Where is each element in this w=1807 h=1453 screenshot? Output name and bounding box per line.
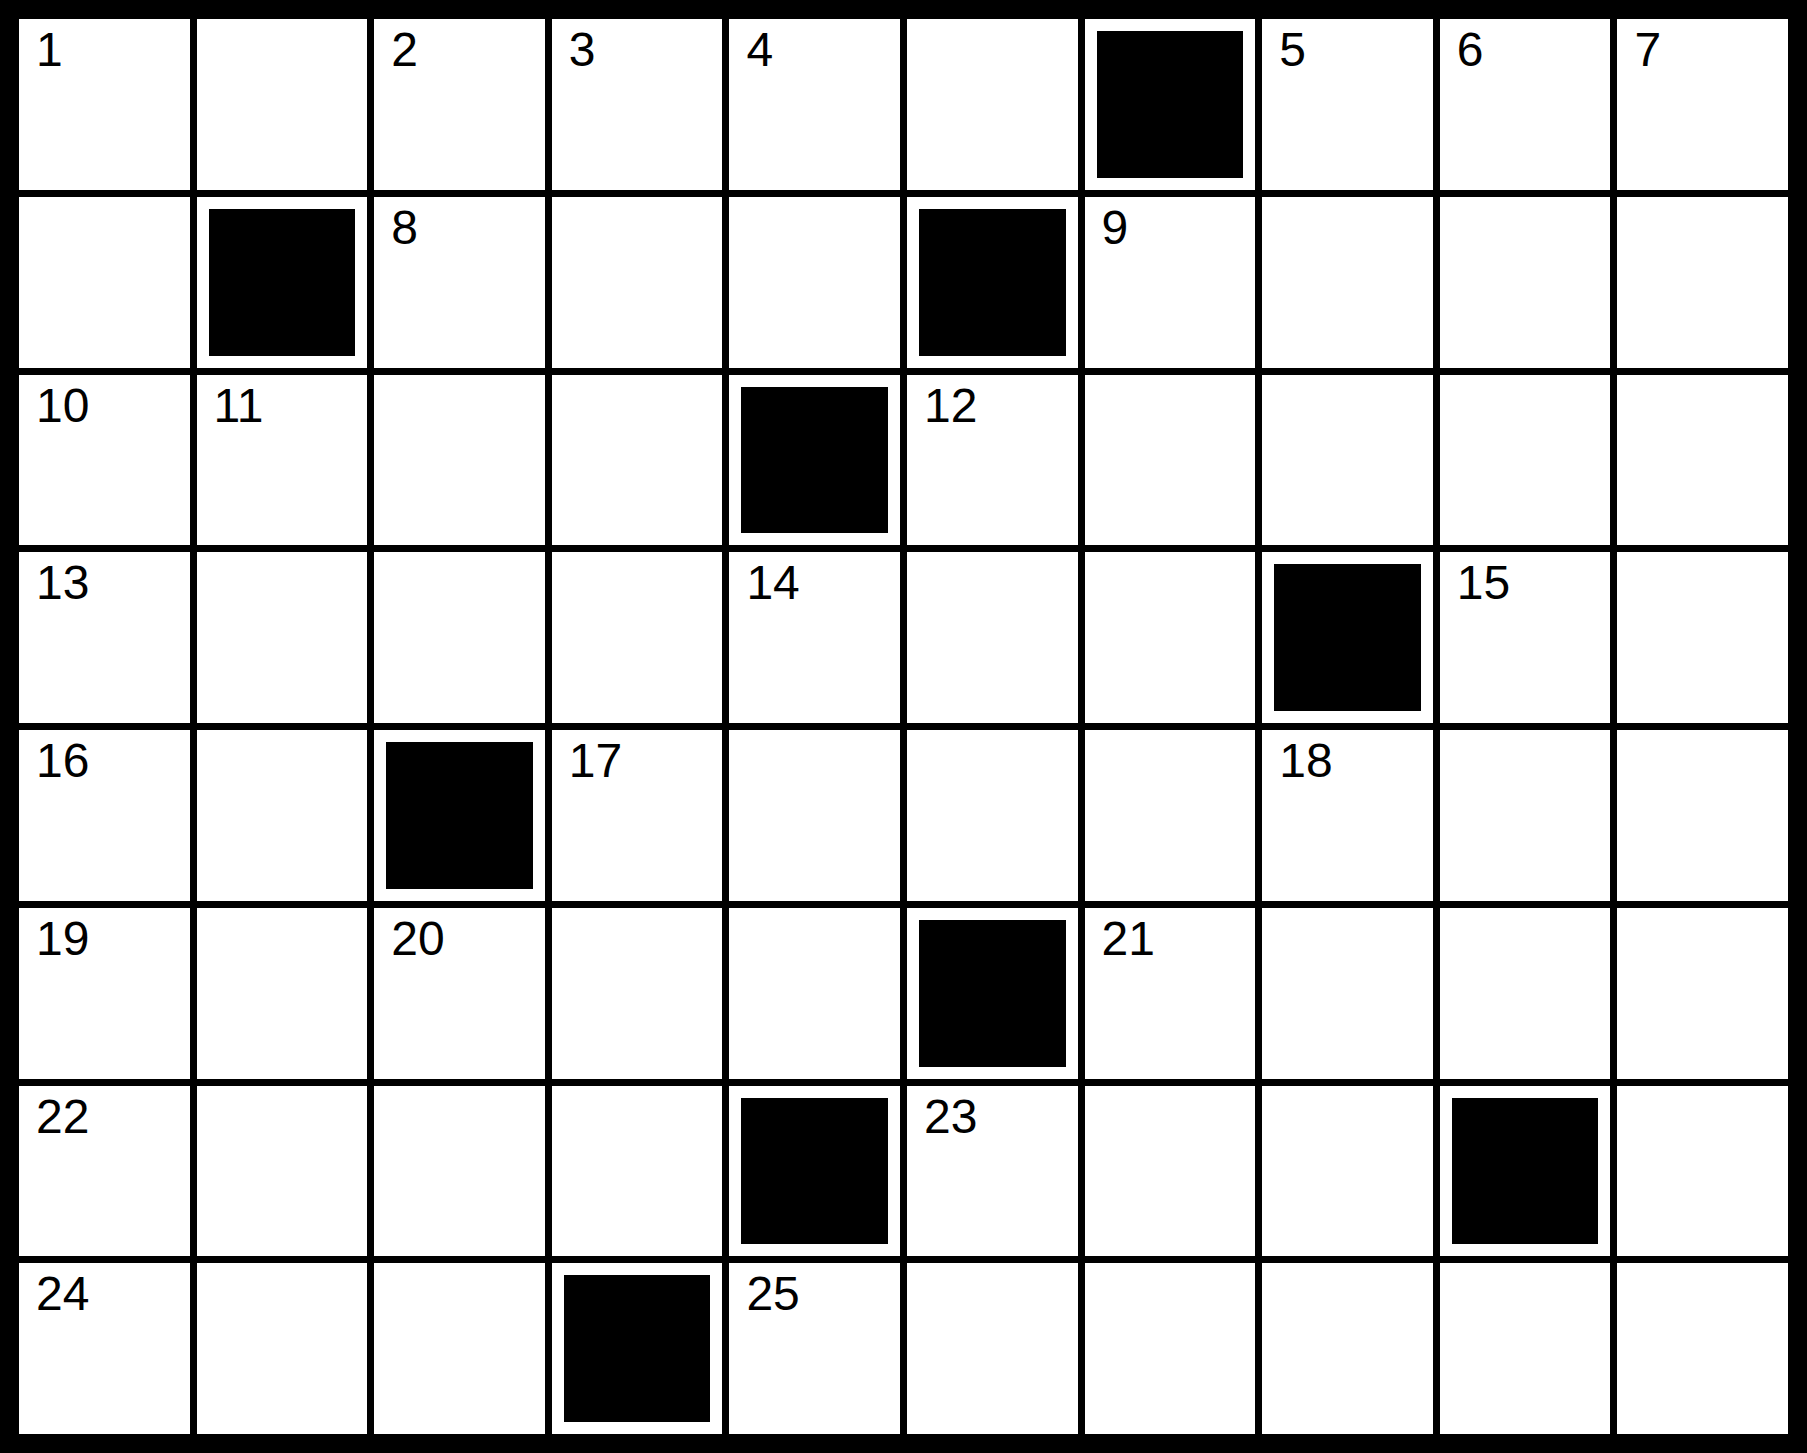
cell-r8c7[interactable] [1085, 1263, 1256, 1434]
cell-r5c4[interactable]: 17 [552, 730, 723, 901]
clue-number: 20 [391, 913, 444, 966]
black-cell-r8c4 [552, 1263, 723, 1434]
black-square [741, 387, 888, 534]
cell-r7c1[interactable]: 22 [19, 1086, 190, 1257]
cell-r2c7[interactable]: 9 [1085, 197, 1256, 368]
cell-r3c8[interactable] [1262, 375, 1433, 546]
clue-number: 25 [746, 1268, 799, 1321]
cell-r2c1[interactable] [19, 197, 190, 368]
cell-r7c4[interactable] [552, 1086, 723, 1257]
black-square [919, 920, 1066, 1067]
cell-r1c3[interactable]: 2 [374, 19, 545, 190]
cell-r2c4[interactable] [552, 197, 723, 368]
clue-number: 24 [36, 1268, 89, 1321]
clue-number: 13 [36, 557, 89, 610]
cell-r4c3[interactable] [374, 552, 545, 723]
cell-r5c6[interactable] [907, 730, 1078, 901]
cell-r4c1[interactable]: 13 [19, 552, 190, 723]
black-cell-r7c5 [729, 1086, 900, 1257]
cell-r3c4[interactable] [552, 375, 723, 546]
cell-r1c8[interactable]: 5 [1262, 19, 1433, 190]
black-cell-r6c6 [907, 908, 1078, 1079]
cell-r8c10[interactable] [1617, 1263, 1788, 1434]
cell-r4c6[interactable] [907, 552, 1078, 723]
cell-r8c5[interactable]: 25 [729, 1263, 900, 1434]
black-square [209, 209, 356, 356]
clue-number: 7 [1634, 24, 1661, 77]
cell-r8c6[interactable] [907, 1263, 1078, 1434]
cell-r3c6[interactable]: 12 [907, 375, 1078, 546]
cell-r1c4[interactable]: 3 [552, 19, 723, 190]
clue-number: 10 [36, 380, 89, 433]
cell-r1c9[interactable]: 6 [1440, 19, 1611, 190]
clue-number: 6 [1457, 24, 1484, 77]
clue-number: 16 [36, 735, 89, 788]
clue-number: 12 [924, 380, 977, 433]
clue-number: 11 [214, 380, 264, 433]
clue-number: 5 [1279, 24, 1306, 77]
cell-r5c9[interactable] [1440, 730, 1611, 901]
black-cell-r3c5 [729, 375, 900, 546]
black-cell-r2c2 [197, 197, 368, 368]
cell-r4c7[interactable] [1085, 552, 1256, 723]
clue-number: 14 [746, 557, 799, 610]
cell-r2c9[interactable] [1440, 197, 1611, 368]
black-cell-r2c6 [907, 197, 1078, 368]
cell-r5c7[interactable] [1085, 730, 1256, 901]
cell-r2c5[interactable] [729, 197, 900, 368]
cell-r8c9[interactable] [1440, 1263, 1611, 1434]
cell-r5c5[interactable] [729, 730, 900, 901]
cell-r8c8[interactable] [1262, 1263, 1433, 1434]
cell-r1c10[interactable]: 7 [1617, 19, 1788, 190]
cell-r3c10[interactable] [1617, 375, 1788, 546]
clue-number: 21 [1102, 913, 1155, 966]
cell-r1c6[interactable] [907, 19, 1078, 190]
clue-number: 23 [924, 1091, 977, 1144]
cell-r4c5[interactable]: 14 [729, 552, 900, 723]
cell-r2c3[interactable]: 8 [374, 197, 545, 368]
cell-r3c3[interactable] [374, 375, 545, 546]
cell-r1c2[interactable] [197, 19, 368, 190]
clue-number: 22 [36, 1091, 89, 1144]
cell-r7c8[interactable] [1262, 1086, 1433, 1257]
clue-number: 4 [746, 24, 773, 77]
cell-r6c1[interactable]: 19 [19, 908, 190, 1079]
clue-number: 18 [1279, 735, 1332, 788]
clue-number: 15 [1457, 557, 1510, 610]
cell-r6c8[interactable] [1262, 908, 1433, 1079]
cell-r6c10[interactable] [1617, 908, 1788, 1079]
cell-r1c5[interactable]: 4 [729, 19, 900, 190]
black-square [1097, 31, 1244, 178]
cell-r7c2[interactable] [197, 1086, 368, 1257]
crossword-grid: 1234567891011121314151617181920212223242… [0, 0, 1807, 1453]
black-square [919, 209, 1066, 356]
cell-r1c1[interactable]: 1 [19, 19, 190, 190]
black-cell-r1c7 [1085, 19, 1256, 190]
cell-r5c10[interactable] [1617, 730, 1788, 901]
cell-r3c9[interactable] [1440, 375, 1611, 546]
cell-r4c2[interactable] [197, 552, 368, 723]
black-square [741, 1098, 888, 1245]
cell-r5c8[interactable]: 18 [1262, 730, 1433, 901]
black-square [564, 1275, 711, 1422]
cell-r4c9[interactable]: 15 [1440, 552, 1611, 723]
cell-r8c1[interactable]: 24 [19, 1263, 190, 1434]
black-square [1452, 1098, 1599, 1245]
cell-r3c2[interactable]: 11 [197, 375, 368, 546]
cell-r6c9[interactable] [1440, 908, 1611, 1079]
clue-number: 9 [1102, 202, 1129, 255]
cell-r8c2[interactable] [197, 1263, 368, 1434]
cell-r7c7[interactable] [1085, 1086, 1256, 1257]
clue-number: 2 [391, 24, 418, 77]
cell-r5c2[interactable] [197, 730, 368, 901]
black-cell-r4c8 [1262, 552, 1433, 723]
clue-number: 17 [569, 735, 622, 788]
black-cell-r5c3 [374, 730, 545, 901]
cell-r4c10[interactable] [1617, 552, 1788, 723]
clue-number: 3 [569, 24, 596, 77]
cell-r6c2[interactable] [197, 908, 368, 1079]
clue-number: 19 [36, 913, 89, 966]
clue-number: 1 [36, 24, 63, 77]
cell-r6c3[interactable]: 20 [374, 908, 545, 1079]
black-cell-r7c9 [1440, 1086, 1611, 1257]
black-square [1274, 564, 1421, 711]
cell-r6c5[interactable] [729, 908, 900, 1079]
cell-r7c10[interactable] [1617, 1086, 1788, 1257]
cell-r8c3[interactable] [374, 1263, 545, 1434]
cell-r2c8[interactable] [1262, 197, 1433, 368]
cell-r6c7[interactable]: 21 [1085, 908, 1256, 1079]
cell-r6c4[interactable] [552, 908, 723, 1079]
cell-r5c1[interactable]: 16 [19, 730, 190, 901]
cell-r2c10[interactable] [1617, 197, 1788, 368]
cell-r4c4[interactable] [552, 552, 723, 723]
cell-r3c7[interactable] [1085, 375, 1256, 546]
cell-r7c6[interactable]: 23 [907, 1086, 1078, 1257]
cell-r7c3[interactable] [374, 1086, 545, 1257]
cell-r3c1[interactable]: 10 [19, 375, 190, 546]
black-square [386, 742, 533, 889]
clue-number: 8 [391, 202, 418, 255]
